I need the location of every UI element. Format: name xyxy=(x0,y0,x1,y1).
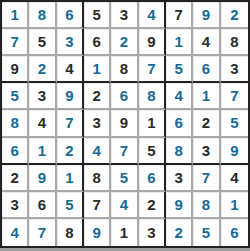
sudoku-cell[interactable]: 8 xyxy=(57,219,84,246)
sudoku-app: 1865347927536291489241875635392684178473… xyxy=(0,0,250,251)
sudoku-cell[interactable]: 8 xyxy=(111,56,138,83)
sudoku-cell[interactable]: 2 xyxy=(221,2,248,29)
sudoku-cell[interactable]: 1 xyxy=(139,110,166,137)
sudoku-cell[interactable]: 9 xyxy=(139,29,166,56)
sudoku-cell[interactable]: 8 xyxy=(139,83,166,110)
sudoku-cell[interactable]: 1 xyxy=(84,56,111,83)
sudoku-cell[interactable]: 7 xyxy=(193,165,220,192)
sudoku-cell[interactable]: 4 xyxy=(29,110,56,137)
sudoku-cell[interactable]: 8 xyxy=(2,110,29,137)
sudoku-cell[interactable]: 3 xyxy=(84,110,111,137)
sudoku-cell[interactable]: 2 xyxy=(166,219,193,246)
sudoku-cell[interactable]: 8 xyxy=(29,2,56,29)
sudoku-cell[interactable]: 7 xyxy=(57,110,84,137)
sudoku-cell[interactable]: 1 xyxy=(221,192,248,219)
sudoku-cell[interactable]: 9 xyxy=(29,165,56,192)
sudoku-cell[interactable]: 9 xyxy=(193,2,220,29)
sudoku-cell[interactable]: 5 xyxy=(166,56,193,83)
sudoku-cell[interactable]: 2 xyxy=(193,110,220,137)
sudoku-cell[interactable]: 9 xyxy=(111,110,138,137)
sudoku-cell[interactable]: 9 xyxy=(84,219,111,246)
sudoku-cell[interactable]: 6 xyxy=(2,138,29,165)
sudoku-cell[interactable]: 1 xyxy=(111,219,138,246)
sudoku-cell[interactable]: 6 xyxy=(57,2,84,29)
sudoku-cell[interactable]: 6 xyxy=(139,165,166,192)
sudoku-cell[interactable]: 2 xyxy=(139,192,166,219)
sudoku-cell[interactable]: 4 xyxy=(84,138,111,165)
sudoku-cell[interactable]: 5 xyxy=(111,165,138,192)
sudoku-cell[interactable]: 8 xyxy=(193,192,220,219)
sudoku-cell[interactable]: 7 xyxy=(29,219,56,246)
sudoku-cell[interactable]: 2 xyxy=(29,56,56,83)
sudoku-cell[interactable]: 7 xyxy=(111,138,138,165)
sudoku-cell[interactable]: 4 xyxy=(2,219,29,246)
sudoku-cell[interactable]: 7 xyxy=(2,29,29,56)
sudoku-cell[interactable]: 5 xyxy=(57,192,84,219)
sudoku-cell[interactable]: 3 xyxy=(2,192,29,219)
sudoku-cell[interactable]: 1 xyxy=(57,165,84,192)
sudoku-cell[interactable]: 6 xyxy=(193,56,220,83)
sudoku-cell[interactable]: 6 xyxy=(84,29,111,56)
sudoku-cell[interactable]: 4 xyxy=(57,56,84,83)
sudoku-cell[interactable]: 6 xyxy=(111,83,138,110)
sudoku-cell[interactable]: 9 xyxy=(57,83,84,110)
sudoku-cell[interactable]: 8 xyxy=(84,165,111,192)
sudoku-cell[interactable]: 2 xyxy=(84,83,111,110)
sudoku-cell[interactable]: 1 xyxy=(2,2,29,29)
sudoku-cell[interactable]: 7 xyxy=(139,56,166,83)
sudoku-cell[interactable]: 3 xyxy=(166,165,193,192)
sudoku-cell[interactable]: 7 xyxy=(221,83,248,110)
sudoku-cell[interactable]: 4 xyxy=(111,192,138,219)
sudoku-cell[interactable]: 4 xyxy=(139,2,166,29)
sudoku-cell[interactable]: 1 xyxy=(166,29,193,56)
sudoku-cell[interactable]: 4 xyxy=(166,83,193,110)
sudoku-cell[interactable]: 2 xyxy=(111,29,138,56)
sudoku-cell[interactable]: 6 xyxy=(221,219,248,246)
sudoku-cell[interactable]: 3 xyxy=(193,138,220,165)
sudoku-cell[interactable]: 8 xyxy=(221,29,248,56)
sudoku-cell[interactable]: 3 xyxy=(29,83,56,110)
sudoku-cell[interactable]: 9 xyxy=(221,138,248,165)
sudoku-cell[interactable]: 5 xyxy=(193,219,220,246)
sudoku-cell[interactable]: 5 xyxy=(84,2,111,29)
sudoku-cell[interactable]: 9 xyxy=(166,192,193,219)
sudoku-cell[interactable]: 1 xyxy=(29,138,56,165)
sudoku-cell[interactable]: 3 xyxy=(57,29,84,56)
sudoku-cell[interactable]: 6 xyxy=(166,110,193,137)
sudoku-cell[interactable]: 2 xyxy=(2,165,29,192)
sudoku-cell[interactable]: 3 xyxy=(111,2,138,29)
sudoku-cell[interactable]: 4 xyxy=(221,165,248,192)
sudoku-cell[interactable]: 5 xyxy=(139,138,166,165)
sudoku-cell[interactable]: 2 xyxy=(57,138,84,165)
sudoku-cell[interactable]: 7 xyxy=(84,192,111,219)
sudoku-cell[interactable]: 5 xyxy=(29,29,56,56)
sudoku-cell[interactable]: 1 xyxy=(193,83,220,110)
sudoku-cell[interactable]: 8 xyxy=(166,138,193,165)
sudoku-cell[interactable]: 3 xyxy=(139,219,166,246)
sudoku-cell[interactable]: 7 xyxy=(166,2,193,29)
sudoku-cell[interactable]: 4 xyxy=(193,29,220,56)
sudoku-cell[interactable]: 9 xyxy=(2,56,29,83)
sudoku-cell[interactable]: 5 xyxy=(2,83,29,110)
sudoku-cell[interactable]: 6 xyxy=(29,192,56,219)
sudoku-cell[interactable]: 3 xyxy=(221,56,248,83)
sudoku-board: 1865347927536291489241875635392684178473… xyxy=(0,0,250,248)
sudoku-cell[interactable]: 5 xyxy=(221,110,248,137)
